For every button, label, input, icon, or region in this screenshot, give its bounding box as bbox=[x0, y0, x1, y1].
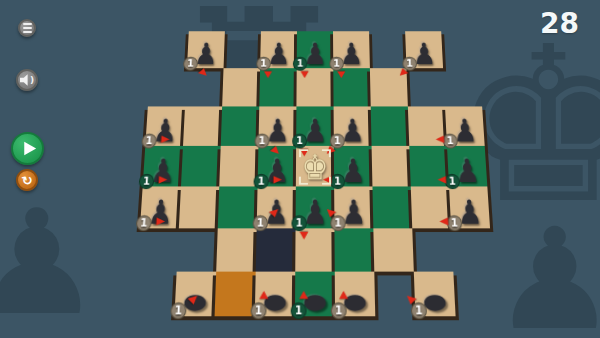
board-cell[interactable] bbox=[372, 186, 412, 228]
board-cell[interactable]: ●1▲ bbox=[335, 272, 375, 317]
board-cell[interactable] bbox=[218, 186, 258, 228]
board-cell[interactable] bbox=[219, 146, 258, 187]
direction-arrow-n: ▲ bbox=[259, 289, 268, 300]
move-counter: 28 bbox=[540, 7, 579, 40]
board-cell[interactable] bbox=[183, 106, 222, 145]
board-cell[interactable]: ♟1▲ bbox=[143, 146, 183, 187]
board-cell[interactable]: ♟1▲ bbox=[257, 186, 296, 228]
board-cell[interactable] bbox=[216, 228, 256, 271]
direction-arrow-n: ▲ bbox=[339, 289, 348, 300]
board-cell[interactable] bbox=[256, 228, 296, 271]
board-cell[interactable]: ♟1▲ bbox=[296, 106, 334, 145]
restart-icon: ↻ bbox=[20, 171, 34, 188]
menu-button[interactable] bbox=[18, 19, 36, 37]
sound-wave-icon: ) bbox=[30, 75, 34, 85]
direction-arrow-e: ▲ bbox=[155, 218, 167, 226]
empty-space bbox=[453, 272, 495, 317]
move-count-badge: 1 bbox=[291, 302, 307, 319]
board-cell[interactable] bbox=[215, 272, 256, 317]
move-count-badge: 1 bbox=[170, 302, 187, 319]
board-cell[interactable]: ♟1▲ bbox=[334, 146, 373, 187]
board-cell[interactable]: ♟1▲ bbox=[449, 186, 490, 228]
direction-arrow-s: ▲ bbox=[264, 71, 272, 80]
direction-arrow-e: ▲ bbox=[160, 136, 171, 143]
selection-brackets bbox=[299, 149, 331, 184]
board-cell[interactable] bbox=[373, 228, 413, 271]
direction-arrow-w: ▲ bbox=[433, 136, 444, 143]
move-count-badge: 1 bbox=[250, 302, 266, 319]
board-cell[interactable]: ♟1▲ bbox=[445, 106, 485, 145]
play-icon bbox=[21, 140, 38, 157]
empty-space bbox=[369, 31, 406, 68]
board-cell[interactable]: ♟1▲ bbox=[187, 31, 225, 68]
sound-button[interactable]: ) bbox=[16, 69, 38, 91]
direction-arrow-w: ▲ bbox=[435, 176, 446, 184]
move-count-badge: 1 bbox=[292, 134, 307, 149]
board-cell[interactable] bbox=[222, 68, 260, 106]
board-cell[interactable] bbox=[179, 186, 219, 228]
board-cell[interactable]: ♟1▲ bbox=[405, 31, 443, 68]
direction-arrow-n: ▲ bbox=[299, 289, 308, 300]
direction-arrow-s: ▲ bbox=[300, 71, 308, 80]
empty-space bbox=[224, 31, 261, 68]
direction-arrow-e: ▲ bbox=[158, 176, 169, 184]
board-cell[interactable] bbox=[181, 146, 221, 187]
pawn-silhouette-bottom-right: ♟ bbox=[492, 210, 600, 338]
hamburger-menu-icon bbox=[23, 23, 32, 33]
board-cell[interactable]: ♟1▲ bbox=[333, 31, 370, 68]
board-cell[interactable]: ♟1▲ bbox=[260, 31, 297, 68]
board-cell[interactable]: ●1▲ bbox=[295, 272, 335, 317]
empty-space bbox=[177, 228, 218, 271]
empty-space bbox=[406, 68, 445, 106]
empty-space bbox=[148, 68, 187, 106]
direction-arrow-e: ▲ bbox=[272, 176, 283, 184]
board-cell[interactable]: ●1▲ bbox=[414, 272, 456, 317]
empty-space bbox=[137, 228, 179, 271]
board-cell[interactable]: ●1▲ bbox=[255, 272, 295, 317]
play-button[interactable] bbox=[11, 132, 44, 165]
board-cell[interactable]: ♟1▲ bbox=[145, 106, 185, 145]
board-cell[interactable]: ♟1▲ bbox=[334, 186, 373, 228]
board-scene: ♟1▲♟1▲♟1▲♟1▲♟1▲♟1▲♟1▲♟1▲♟1▲♟1▲♟1▲♟1▲♚♟1▲… bbox=[134, 31, 496, 316]
direction-arrow-w: ▲ bbox=[437, 218, 449, 226]
empty-space bbox=[441, 31, 479, 68]
board-cell[interactable] bbox=[334, 228, 374, 271]
board-cell[interactable] bbox=[371, 106, 410, 145]
move-count-badge: 1 bbox=[330, 215, 345, 231]
restart-button[interactable]: ↻ bbox=[16, 169, 38, 191]
board-cell[interactable]: ♟1▲ bbox=[258, 106, 296, 145]
board-cell[interactable]: ♟1▲ bbox=[140, 186, 181, 228]
board-cell[interactable] bbox=[221, 106, 260, 145]
board-cell[interactable]: ●1▲ bbox=[174, 272, 216, 317]
direction-arrow-s: ▲ bbox=[337, 71, 345, 80]
pawn-silhouette-bottom-left: ♟ bbox=[0, 190, 102, 335]
move-count-badge: 1 bbox=[331, 302, 347, 319]
move-count-badge: 1 bbox=[293, 57, 307, 71]
move-count-badge: 1 bbox=[329, 57, 344, 71]
board-cell[interactable] bbox=[372, 146, 411, 187]
move-count-badge: 1 bbox=[411, 302, 427, 319]
board-cell[interactable]: ♟1▲ bbox=[447, 146, 487, 187]
empty-space bbox=[412, 228, 453, 271]
board: ♟1▲♟1▲♟1▲♟1▲♟1▲♟1▲♟1▲♟1▲♟1▲♟1▲♟1▲♟1▲♚♟1▲… bbox=[134, 31, 496, 316]
move-count-badge: 1 bbox=[291, 215, 306, 231]
empty-space bbox=[443, 68, 482, 106]
direction-arrow-s: ▲ bbox=[300, 231, 309, 241]
board-cell[interactable]: ♟1▲ bbox=[334, 106, 372, 145]
board-cell[interactable]: ♚ bbox=[296, 146, 334, 187]
board-cell[interactable]: ♟1▲ bbox=[297, 31, 334, 68]
empty-space bbox=[451, 228, 493, 271]
